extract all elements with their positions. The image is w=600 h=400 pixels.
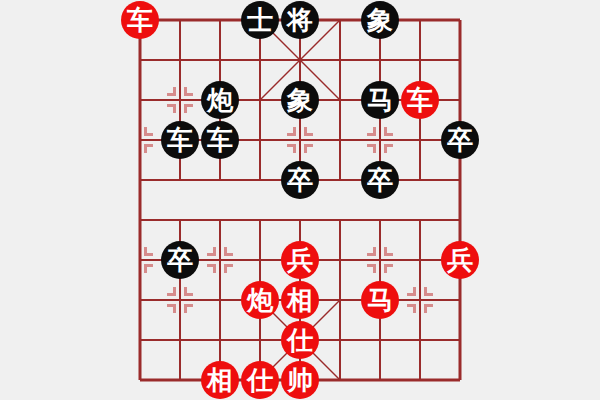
black-elephant[interactable]: 象 [281, 81, 319, 119]
board-point-c5-r1[interactable] [320, 40, 360, 80]
board-point-c1-r2[interactable] [160, 80, 200, 120]
board-point-c2-r6[interactable] [200, 240, 240, 280]
red-chariot[interactable]: 车 [121, 1, 159, 39]
board-point-c0-r7[interactable] [120, 280, 160, 320]
board-point-c3-r4[interactable] [240, 160, 280, 200]
board-point-c7-r7[interactable] [400, 280, 440, 320]
board-point-c1-r6[interactable]: 卒 [160, 240, 200, 280]
board-point-c1-r7[interactable] [160, 280, 200, 320]
board-point-c5-r6[interactable] [320, 240, 360, 280]
board-point-c7-r6[interactable] [400, 240, 440, 280]
board-point-c0-r0[interactable]: 车 [120, 0, 160, 40]
board-point-c0-r8[interactable] [120, 320, 160, 360]
board-point-c7-r9[interactable] [400, 360, 440, 400]
red-advisor[interactable]: 仕 [281, 321, 319, 359]
board-point-c8-r2[interactable] [440, 80, 480, 120]
red-chariot[interactable]: 车 [401, 81, 439, 119]
board-point-c4-r6[interactable]: 兵 [280, 240, 320, 280]
red-soldier[interactable]: 兵 [281, 241, 319, 279]
red-horse[interactable]: 马 [361, 281, 399, 319]
board-point-c5-r7[interactable] [320, 280, 360, 320]
board-point-c2-r2[interactable]: 炮 [200, 80, 240, 120]
black-soldier[interactable]: 卒 [281, 161, 319, 199]
board-point-c2-r3[interactable]: 车 [200, 120, 240, 160]
board-point-c0-r9[interactable] [120, 360, 160, 400]
board-point-c7-r8[interactable] [400, 320, 440, 360]
board-point-c5-r3[interactable] [320, 120, 360, 160]
board-point-c3-r2[interactable] [240, 80, 280, 120]
board-point-c3-r9[interactable]: 仕 [240, 360, 280, 400]
black-chariot[interactable]: 车 [161, 121, 199, 159]
board-point-c6-r1[interactable] [360, 40, 400, 80]
board-point-c5-r9[interactable] [320, 360, 360, 400]
board-point-c1-r9[interactable] [160, 360, 200, 400]
board-points-grid: 车士将象炮象马车车车卒卒卒卒兵兵炮相马仕相仕帅 [120, 0, 480, 400]
board-point-c8-r6[interactable]: 兵 [440, 240, 480, 280]
black-cannon[interactable]: 炮 [201, 81, 239, 119]
xiangqi-board: 车士将象炮象马车车车卒卒卒卒兵兵炮相马仕相仕帅 [0, 0, 600, 400]
board-point-c6-r7[interactable]: 马 [360, 280, 400, 320]
black-elephant[interactable]: 象 [361, 1, 399, 39]
board-point-c7-r5[interactable] [400, 200, 440, 240]
board-point-c7-r1[interactable] [400, 40, 440, 80]
board-point-c6-r8[interactable] [360, 320, 400, 360]
red-soldier[interactable]: 兵 [441, 241, 479, 279]
board-point-c0-r1[interactable] [120, 40, 160, 80]
red-elephant[interactable]: 相 [201, 361, 239, 399]
board-point-c6-r4[interactable]: 卒 [360, 160, 400, 200]
red-cannon[interactable]: 炮 [241, 281, 279, 319]
black-chariot[interactable]: 车 [201, 121, 239, 159]
board-point-c4-r3[interactable] [280, 120, 320, 160]
red-advisor[interactable]: 仕 [241, 361, 279, 399]
board-point-c1-r3[interactable]: 车 [160, 120, 200, 160]
black-advisor[interactable]: 士 [241, 1, 279, 39]
board-point-c3-r0[interactable]: 士 [240, 0, 280, 40]
board-point-c1-r1[interactable] [160, 40, 200, 80]
board-point-c2-r5[interactable] [200, 200, 240, 240]
board-point-c3-r1[interactable] [240, 40, 280, 80]
board-point-c8-r1[interactable] [440, 40, 480, 80]
board-point-c3-r3[interactable] [240, 120, 280, 160]
board-point-c0-r3[interactable] [120, 120, 160, 160]
board-point-c2-r1[interactable] [200, 40, 240, 80]
board-point-c8-r0[interactable] [440, 0, 480, 40]
board-point-c2-r4[interactable] [200, 160, 240, 200]
board-point-c6-r6[interactable] [360, 240, 400, 280]
board-point-c1-r4[interactable] [160, 160, 200, 200]
app-background: { "game": "xiangqi", "board": { "columns… [0, 0, 600, 400]
board-point-c5-r2[interactable] [320, 80, 360, 120]
red-elephant[interactable]: 相 [281, 281, 319, 319]
black-horse[interactable]: 马 [361, 81, 399, 119]
board-point-c6-r0[interactable]: 象 [360, 0, 400, 40]
board-point-c7-r0[interactable] [400, 0, 440, 40]
board-point-c0-r5[interactable] [120, 200, 160, 240]
board-point-c2-r8[interactable] [200, 320, 240, 360]
board-point-c2-r9[interactable]: 相 [200, 360, 240, 400]
board-point-c1-r8[interactable] [160, 320, 200, 360]
board-point-c6-r9[interactable] [360, 360, 400, 400]
board-point-c6-r3[interactable] [360, 120, 400, 160]
board-point-c4-r1[interactable] [280, 40, 320, 80]
board-point-c8-r9[interactable] [440, 360, 480, 400]
board-point-c4-r8[interactable]: 仕 [280, 320, 320, 360]
board-point-c3-r5[interactable] [240, 200, 280, 240]
board-point-c4-r7[interactable]: 相 [280, 280, 320, 320]
board-point-c3-r6[interactable] [240, 240, 280, 280]
board-point-c5-r5[interactable] [320, 200, 360, 240]
black-soldier[interactable]: 卒 [361, 161, 399, 199]
board-point-c4-r4[interactable]: 卒 [280, 160, 320, 200]
board-point-c2-r7[interactable] [200, 280, 240, 320]
board-point-c8-r8[interactable] [440, 320, 480, 360]
board-point-c5-r0[interactable] [320, 0, 360, 40]
board-point-c7-r3[interactable] [400, 120, 440, 160]
board-point-c6-r2[interactable]: 马 [360, 80, 400, 120]
board-point-c8-r5[interactable] [440, 200, 480, 240]
board-point-c5-r4[interactable] [320, 160, 360, 200]
board-point-c1-r5[interactable] [160, 200, 200, 240]
board-point-c4-r2[interactable]: 象 [280, 80, 320, 120]
board-point-c7-r4[interactable] [400, 160, 440, 200]
board-point-c6-r5[interactable] [360, 200, 400, 240]
board-point-c4-r0[interactable]: 将 [280, 0, 320, 40]
board-point-c0-r2[interactable] [120, 80, 160, 120]
board-point-c4-r9[interactable]: 帅 [280, 360, 320, 400]
board-point-c8-r3[interactable]: 卒 [440, 120, 480, 160]
board-point-c0-r4[interactable] [120, 160, 160, 200]
board-point-c8-r7[interactable] [440, 280, 480, 320]
board-point-c1-r0[interactable] [160, 0, 200, 40]
board-point-c3-r7[interactable]: 炮 [240, 280, 280, 320]
board-point-c0-r6[interactable] [120, 240, 160, 280]
black-soldier[interactable]: 卒 [161, 241, 199, 279]
board-point-c3-r8[interactable] [240, 320, 280, 360]
board-point-c4-r5[interactable] [280, 200, 320, 240]
board-point-c7-r2[interactable]: 车 [400, 80, 440, 120]
board-point-c2-r0[interactable] [200, 0, 240, 40]
board-point-c8-r4[interactable] [440, 160, 480, 200]
black-soldier[interactable]: 卒 [441, 121, 479, 159]
red-general[interactable]: 帅 [281, 361, 319, 399]
board-point-c5-r8[interactable] [320, 320, 360, 360]
black-general[interactable]: 将 [281, 1, 319, 39]
